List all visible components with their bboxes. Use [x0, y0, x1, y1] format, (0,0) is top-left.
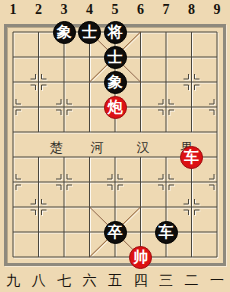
piece-red-general[interactable]: 帅 [129, 246, 152, 269]
piece-black-soldier[interactable]: 卒 [104, 221, 127, 244]
piece-black-elephant-1[interactable]: 象 [53, 21, 76, 44]
piece-red-cannon[interactable]: 炮 [104, 96, 127, 119]
piece-black-general[interactable]: 将 [104, 21, 127, 44]
piece-black-elephant-2[interactable]: 象 [104, 71, 127, 94]
river-text-char: 河 [91, 140, 104, 155]
piece-black-advisor-2[interactable]: 士 [104, 46, 127, 69]
river-text-char: 楚 [50, 140, 63, 155]
river-text-char: 汉 [137, 140, 150, 155]
piece-black-advisor-1[interactable]: 士 [78, 21, 101, 44]
xiangqi-board: 123456789 楚河汉界 象士将士象炮车卒车帅 九八七六五四三二一 [0, 0, 230, 292]
piece-black-chariot[interactable]: 车 [155, 221, 178, 244]
piece-red-chariot[interactable]: 车 [180, 146, 203, 169]
